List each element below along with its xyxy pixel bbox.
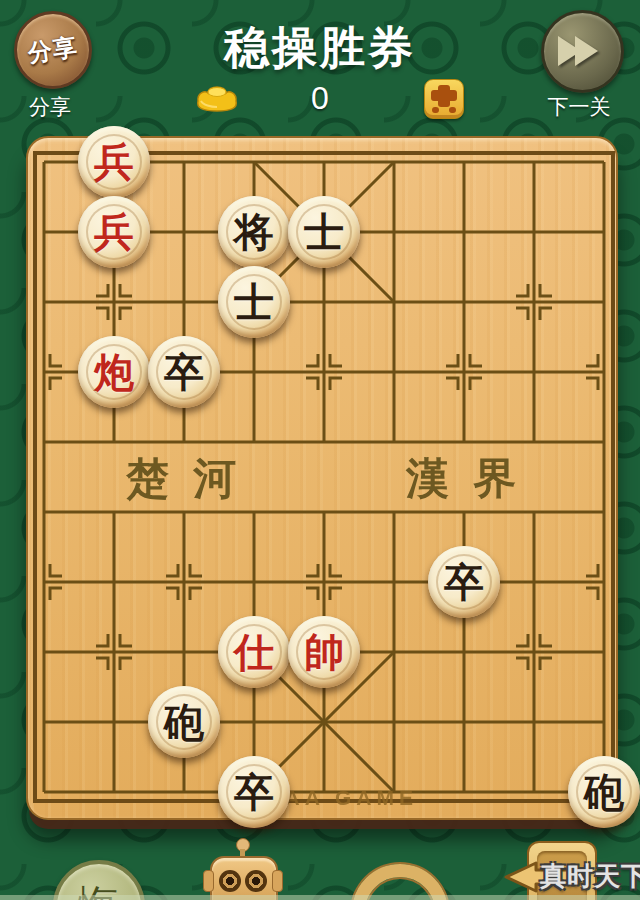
piece-black-cannon[interactable]: 砲	[568, 756, 640, 828]
undo-button[interactable]: 悔	[53, 860, 145, 900]
piece-label: 将	[234, 212, 274, 252]
next-level-button[interactable]	[541, 10, 624, 93]
share-caption: 分享	[14, 93, 86, 121]
brand-watermark: BOYAA GAME	[28, 786, 616, 810]
add-coins-button[interactable]	[424, 79, 464, 119]
next-level-caption: 下一关	[539, 93, 619, 121]
piece-label: 兵	[94, 142, 134, 182]
piece-label: 卒	[234, 772, 274, 812]
piece-red-soldier[interactable]: 兵	[78, 126, 150, 198]
piece-black-advisor[interactable]: 士	[218, 266, 290, 338]
piece-black-cannon[interactable]: 砲	[148, 686, 220, 758]
piece-red-cannon[interactable]: 炮	[78, 336, 150, 408]
piece-label: 卒	[164, 352, 204, 392]
piece-black-soldier[interactable]: 卒	[148, 336, 220, 408]
piece-label: 帥	[304, 632, 344, 672]
piece-label: 砲	[584, 772, 624, 812]
piece-red-general[interactable]: 帥	[288, 616, 360, 688]
piece-red-soldier[interactable]: 兵	[78, 196, 150, 268]
piece-label: 士	[234, 282, 274, 322]
piece-label: 砲	[164, 702, 204, 742]
bottom-strip	[0, 895, 640, 900]
piece-red-advisor[interactable]: 仕	[218, 616, 290, 688]
gold-ingot-icon	[195, 81, 239, 114]
piece-black-soldier[interactable]: 卒	[428, 546, 500, 618]
piece-label: 仕	[234, 632, 274, 672]
piece-black-soldier[interactable]: 卒	[218, 756, 290, 828]
site-watermark: 真时天下	[540, 859, 640, 894]
piece-label: 炮	[94, 352, 134, 392]
river-label-right: 漢界	[406, 451, 540, 505]
xiangqi-board[interactable]: 楚河 漢界 BOYAA GAME 兵兵将士士炮卒卒仕帥砲卒砲	[26, 136, 618, 820]
river-label-left: 楚河	[126, 451, 260, 505]
hint-robot-button[interactable]	[205, 838, 279, 900]
piece-label: 士	[304, 212, 344, 252]
piece-label: 卒	[444, 562, 484, 602]
coin-count: 0	[270, 80, 370, 117]
piece-black-advisor[interactable]: 士	[288, 196, 360, 268]
piece-label: 兵	[94, 212, 134, 252]
piece-black-general[interactable]: 将	[218, 196, 290, 268]
